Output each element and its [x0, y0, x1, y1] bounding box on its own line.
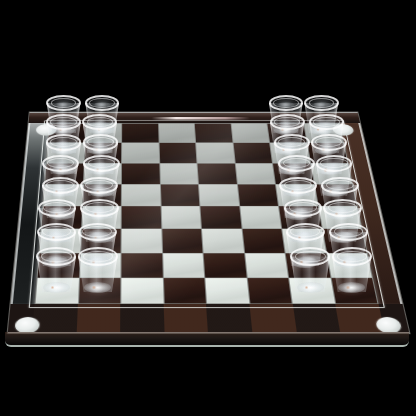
square-d5 [198, 184, 238, 205]
square-h4 [163, 278, 206, 303]
square-g2 [79, 253, 120, 277]
square-f8 [322, 229, 366, 252]
square-f5 [201, 229, 243, 252]
square-f7 [282, 229, 325, 252]
square-f6 [242, 229, 284, 252]
square-g4 [162, 253, 204, 277]
square-a4 [158, 124, 195, 143]
square-e8 [318, 206, 361, 228]
square-b2 [84, 143, 121, 163]
square-a5 [194, 124, 231, 143]
square-f3 [121, 229, 161, 252]
square-a3 [122, 124, 158, 143]
square-c8 [310, 163, 351, 184]
square-a2 [85, 124, 121, 143]
square-g3 [121, 253, 162, 277]
square-e2 [81, 206, 120, 228]
square-g5 [203, 253, 245, 277]
square-b1 [46, 143, 84, 163]
square-e3 [121, 206, 160, 228]
square-e6 [239, 206, 280, 228]
light-reflection-streak [151, 117, 250, 120]
square-d3 [121, 184, 159, 205]
square-g8 [326, 253, 371, 277]
square-c7 [272, 163, 312, 184]
square-b4 [159, 143, 196, 163]
square-e5 [200, 206, 241, 228]
square-c2 [83, 163, 121, 184]
square-c1 [44, 163, 82, 184]
square-c6 [235, 163, 275, 184]
checkerboard [34, 123, 378, 304]
square-d2 [82, 184, 120, 205]
board-perspective-wrap [0, 0, 416, 416]
square-h3 [121, 278, 163, 303]
square-h7 [289, 278, 334, 303]
glass-slab-front-edge [5, 332, 409, 347]
square-reflections [32, 304, 384, 332]
square-h5 [205, 278, 248, 303]
square-h2 [78, 278, 120, 303]
square-a6 [231, 124, 269, 143]
square-h8 [331, 278, 377, 303]
square-b6 [233, 143, 272, 163]
square-b7 [270, 143, 310, 163]
square-h6 [247, 278, 291, 303]
square-g1 [37, 253, 79, 277]
square-e7 [279, 206, 321, 228]
square-d1 [43, 184, 82, 205]
square-h1 [35, 278, 78, 303]
chessboard [6, 111, 410, 334]
square-a7 [267, 124, 306, 143]
square-d6 [237, 184, 278, 205]
board-border-front [7, 304, 409, 333]
square-f2 [80, 229, 120, 252]
scene [0, 0, 416, 416]
square-g7 [285, 253, 329, 277]
square-d7 [275, 184, 316, 205]
square-b8 [307, 143, 347, 163]
square-f1 [39, 229, 80, 252]
square-c4 [159, 163, 197, 184]
square-c3 [121, 163, 159, 184]
square-g6 [244, 253, 287, 277]
square-d8 [314, 184, 356, 205]
square-c5 [197, 163, 236, 184]
square-b3 [122, 143, 159, 163]
corner-pad-top-left [35, 124, 56, 135]
square-f4 [161, 229, 202, 252]
square-d4 [160, 184, 199, 205]
square-b5 [196, 143, 234, 163]
square-e1 [41, 206, 81, 228]
square-e4 [161, 206, 201, 228]
